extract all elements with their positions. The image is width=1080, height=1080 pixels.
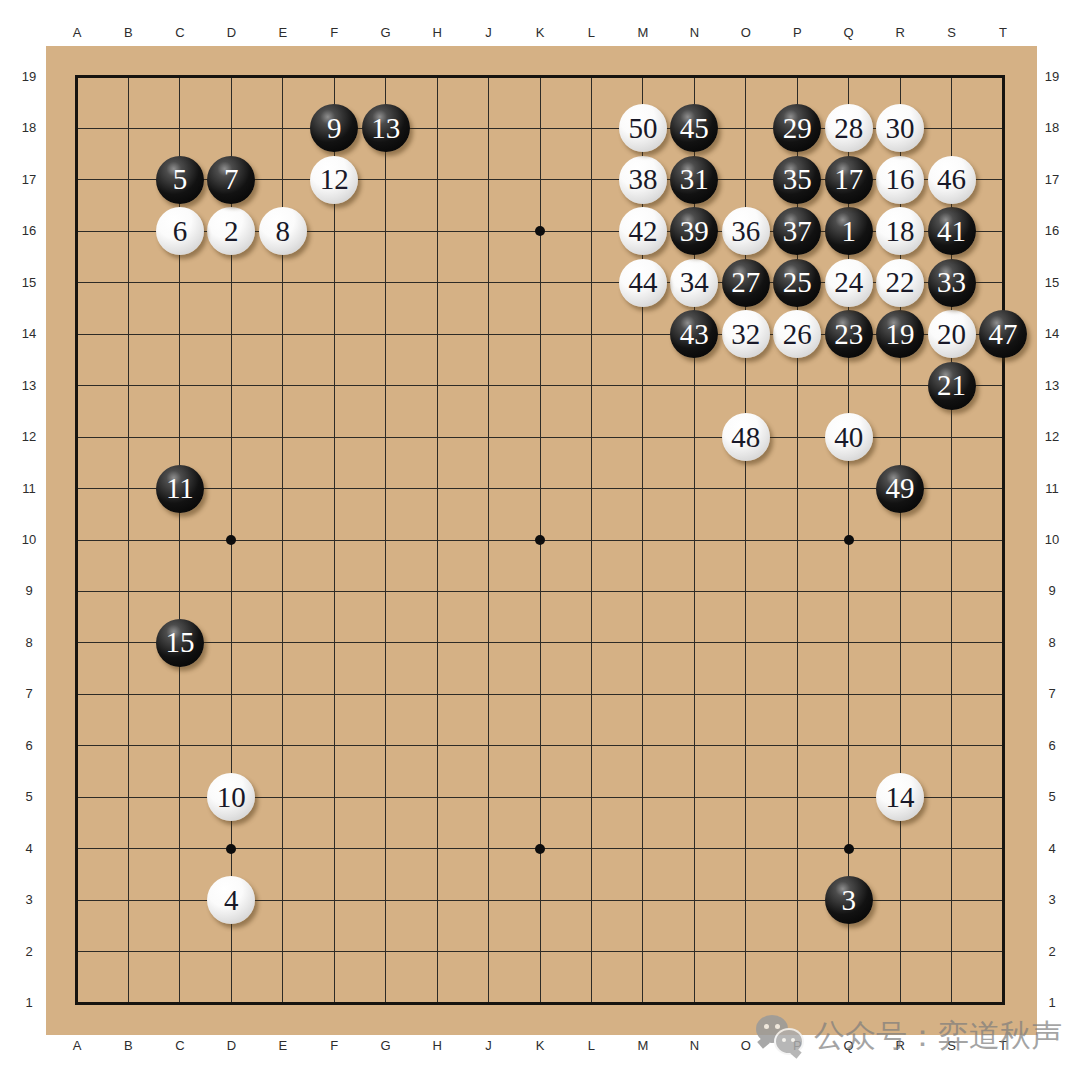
row-label-right-12: 12 bbox=[1035, 429, 1069, 445]
move-number: 26 bbox=[783, 320, 812, 349]
move-number: 3 bbox=[841, 886, 856, 915]
stone-white-18: 18 bbox=[876, 207, 924, 255]
move-number: 14 bbox=[886, 783, 915, 812]
row-label-right-18: 18 bbox=[1035, 120, 1069, 136]
col-label-top-G: G bbox=[369, 25, 403, 41]
move-number: 27 bbox=[731, 268, 760, 297]
row-label-right-16: 16 bbox=[1035, 223, 1069, 239]
col-label-top-A: A bbox=[60, 25, 94, 41]
stones: 1234567891011121314151617181920212223242… bbox=[77, 77, 1003, 1003]
stone-black-37: 37 bbox=[773, 207, 821, 255]
col-label-top-B: B bbox=[111, 25, 145, 41]
row-label-left-3: 3 bbox=[12, 892, 46, 908]
move-number: 29 bbox=[783, 114, 812, 143]
move-number: 10 bbox=[217, 783, 246, 812]
move-number: 12 bbox=[320, 165, 349, 194]
col-label-bottom-F: F bbox=[317, 1038, 351, 1054]
move-number: 21 bbox=[937, 371, 966, 400]
stone-white-30: 30 bbox=[876, 104, 924, 152]
move-number: 43 bbox=[680, 320, 709, 349]
stone-white-16: 16 bbox=[876, 156, 924, 204]
stone-white-36: 36 bbox=[722, 207, 770, 255]
row-label-right-9: 9 bbox=[1035, 583, 1069, 599]
stone-black-33: 33 bbox=[928, 259, 976, 307]
stone-black-9: 9 bbox=[310, 104, 358, 152]
stone-white-4: 4 bbox=[207, 876, 255, 924]
stone-black-31: 31 bbox=[670, 156, 718, 204]
move-number: 31 bbox=[680, 165, 709, 194]
stone-white-34: 34 bbox=[670, 259, 718, 307]
move-number: 35 bbox=[783, 165, 812, 194]
col-label-bottom-D: D bbox=[214, 1038, 248, 1054]
stone-black-35: 35 bbox=[773, 156, 821, 204]
col-label-bottom-K: K bbox=[523, 1038, 557, 1054]
stone-white-12: 12 bbox=[310, 156, 358, 204]
stone-black-41: 41 bbox=[928, 207, 976, 255]
stone-white-32: 32 bbox=[722, 310, 770, 358]
stone-black-45: 45 bbox=[670, 104, 718, 152]
col-label-top-L: L bbox=[574, 25, 608, 41]
wechat-icon bbox=[754, 1013, 804, 1059]
col-label-top-J: J bbox=[472, 25, 506, 41]
stone-white-24: 24 bbox=[825, 259, 873, 307]
row-label-left-9: 9 bbox=[12, 583, 46, 599]
stone-white-6: 6 bbox=[156, 207, 204, 255]
move-number: 24 bbox=[834, 268, 863, 297]
move-number: 1 bbox=[841, 217, 856, 246]
row-label-left-12: 12 bbox=[12, 429, 46, 445]
row-label-left-4: 4 bbox=[12, 841, 46, 857]
col-label-top-C: C bbox=[163, 25, 197, 41]
row-label-left-8: 8 bbox=[12, 635, 46, 651]
stone-white-8: 8 bbox=[259, 207, 307, 255]
col-label-top-P: P bbox=[780, 25, 814, 41]
col-label-bottom-E: E bbox=[266, 1038, 300, 1054]
move-number: 6 bbox=[173, 217, 188, 246]
move-number: 2 bbox=[224, 217, 239, 246]
row-label-left-18: 18 bbox=[12, 120, 46, 136]
stone-white-46: 46 bbox=[928, 156, 976, 204]
move-number: 34 bbox=[680, 268, 709, 297]
col-label-top-H: H bbox=[420, 25, 454, 41]
stone-black-39: 39 bbox=[670, 207, 718, 255]
stone-white-20: 20 bbox=[928, 310, 976, 358]
stone-black-43: 43 bbox=[670, 310, 718, 358]
col-label-bottom-G: G bbox=[369, 1038, 403, 1054]
move-number: 20 bbox=[937, 320, 966, 349]
move-number: 4 bbox=[224, 886, 239, 915]
row-label-left-10: 10 bbox=[12, 532, 46, 548]
stone-black-27: 27 bbox=[722, 259, 770, 307]
row-label-right-11: 11 bbox=[1035, 481, 1069, 497]
row-label-right-6: 6 bbox=[1035, 738, 1069, 754]
move-number: 42 bbox=[628, 217, 657, 246]
col-label-top-E: E bbox=[266, 25, 300, 41]
row-label-right-7: 7 bbox=[1035, 686, 1069, 702]
row-label-right-5: 5 bbox=[1035, 789, 1069, 805]
col-label-top-Q: Q bbox=[832, 25, 866, 41]
col-label-bottom-L: L bbox=[574, 1038, 608, 1054]
row-label-right-13: 13 bbox=[1035, 378, 1069, 394]
move-number: 40 bbox=[834, 423, 863, 452]
move-number: 30 bbox=[886, 114, 915, 143]
move-number: 41 bbox=[937, 217, 966, 246]
stone-black-25: 25 bbox=[773, 259, 821, 307]
stone-black-23: 23 bbox=[825, 310, 873, 358]
stone-black-17: 17 bbox=[825, 156, 873, 204]
stone-white-50: 50 bbox=[619, 104, 667, 152]
col-label-top-F: F bbox=[317, 25, 351, 41]
col-label-top-M: M bbox=[626, 25, 660, 41]
move-number: 49 bbox=[886, 474, 915, 503]
stone-white-2: 2 bbox=[207, 207, 255, 255]
row-label-right-4: 4 bbox=[1035, 841, 1069, 857]
stone-white-28: 28 bbox=[825, 104, 873, 152]
stone-white-42: 42 bbox=[619, 207, 667, 255]
move-number: 48 bbox=[731, 423, 760, 452]
row-label-left-5: 5 bbox=[12, 789, 46, 805]
col-label-bottom-C: C bbox=[163, 1038, 197, 1054]
move-number: 13 bbox=[371, 114, 400, 143]
row-label-right-14: 14 bbox=[1035, 326, 1069, 342]
col-label-bottom-N: N bbox=[677, 1038, 711, 1054]
col-label-top-N: N bbox=[677, 25, 711, 41]
move-number: 33 bbox=[937, 268, 966, 297]
move-number: 8 bbox=[276, 217, 291, 246]
move-number: 18 bbox=[886, 217, 915, 246]
row-label-left-16: 16 bbox=[12, 223, 46, 239]
move-number: 17 bbox=[834, 165, 863, 194]
col-label-top-K: K bbox=[523, 25, 557, 41]
col-label-bottom-A: A bbox=[60, 1038, 94, 1054]
col-label-bottom-J: J bbox=[472, 1038, 506, 1054]
row-label-left-7: 7 bbox=[12, 686, 46, 702]
col-label-top-S: S bbox=[935, 25, 969, 41]
row-label-left-15: 15 bbox=[12, 275, 46, 291]
move-number: 36 bbox=[731, 217, 760, 246]
stone-black-3: 3 bbox=[825, 876, 873, 924]
stone-white-38: 38 bbox=[619, 156, 667, 204]
row-label-right-3: 3 bbox=[1035, 892, 1069, 908]
move-number: 15 bbox=[165, 628, 194, 657]
stone-black-11: 11 bbox=[156, 465, 204, 513]
stone-white-44: 44 bbox=[619, 259, 667, 307]
move-number: 25 bbox=[783, 268, 812, 297]
row-label-right-19: 19 bbox=[1035, 69, 1069, 85]
row-label-right-10: 10 bbox=[1035, 532, 1069, 548]
row-label-right-8: 8 bbox=[1035, 635, 1069, 651]
stone-black-5: 5 bbox=[156, 156, 204, 204]
stone-white-48: 48 bbox=[722, 413, 770, 461]
col-label-top-T: T bbox=[986, 25, 1020, 41]
stone-white-40: 40 bbox=[825, 413, 873, 461]
move-number: 23 bbox=[834, 320, 863, 349]
stone-white-14: 14 bbox=[876, 773, 924, 821]
move-number: 9 bbox=[327, 114, 342, 143]
row-label-right-2: 2 bbox=[1035, 944, 1069, 960]
row-label-left-13: 13 bbox=[12, 378, 46, 394]
move-number: 28 bbox=[834, 114, 863, 143]
col-label-bottom-B: B bbox=[111, 1038, 145, 1054]
stone-black-1: 1 bbox=[825, 207, 873, 255]
stone-black-15: 15 bbox=[156, 619, 204, 667]
watermark-text: 公众号：弈道秋声 bbox=[814, 1015, 1062, 1057]
stone-black-21: 21 bbox=[928, 362, 976, 410]
row-label-left-1: 1 bbox=[12, 995, 46, 1011]
stone-white-10: 10 bbox=[207, 773, 255, 821]
move-number: 19 bbox=[886, 320, 915, 349]
move-number: 22 bbox=[886, 268, 915, 297]
watermark: 公众号：弈道秋声 bbox=[754, 1010, 1062, 1062]
col-label-top-D: D bbox=[214, 25, 248, 41]
col-label-top-R: R bbox=[883, 25, 917, 41]
move-number: 50 bbox=[628, 114, 657, 143]
row-label-left-6: 6 bbox=[12, 738, 46, 754]
move-number: 44 bbox=[628, 268, 657, 297]
move-number: 32 bbox=[731, 320, 760, 349]
move-number: 11 bbox=[166, 474, 194, 503]
row-label-left-14: 14 bbox=[12, 326, 46, 342]
row-label-left-19: 19 bbox=[12, 69, 46, 85]
move-number: 46 bbox=[937, 165, 966, 194]
col-label-bottom-H: H bbox=[420, 1038, 454, 1054]
move-number: 16 bbox=[886, 165, 915, 194]
row-label-left-11: 11 bbox=[12, 481, 46, 497]
move-number: 37 bbox=[783, 217, 812, 246]
row-label-left-17: 17 bbox=[12, 172, 46, 188]
move-number: 5 bbox=[173, 165, 188, 194]
col-label-bottom-M: M bbox=[626, 1038, 660, 1054]
move-number: 39 bbox=[680, 217, 709, 246]
stone-black-19: 19 bbox=[876, 310, 924, 358]
stone-white-22: 22 bbox=[876, 259, 924, 307]
move-number: 45 bbox=[680, 114, 709, 143]
move-number: 47 bbox=[989, 320, 1018, 349]
stone-black-49: 49 bbox=[876, 465, 924, 513]
row-label-left-2: 2 bbox=[12, 944, 46, 960]
row-label-right-15: 15 bbox=[1035, 275, 1069, 291]
stone-black-13: 13 bbox=[362, 104, 410, 152]
col-label-top-O: O bbox=[729, 25, 763, 41]
stone-black-7: 7 bbox=[207, 156, 255, 204]
move-number: 7 bbox=[224, 165, 239, 194]
row-label-right-17: 17 bbox=[1035, 172, 1069, 188]
row-label-right-1: 1 bbox=[1035, 995, 1069, 1011]
stone-black-47: 47 bbox=[979, 310, 1027, 358]
stone-black-29: 29 bbox=[773, 104, 821, 152]
stone-white-26: 26 bbox=[773, 310, 821, 358]
move-number: 38 bbox=[628, 165, 657, 194]
